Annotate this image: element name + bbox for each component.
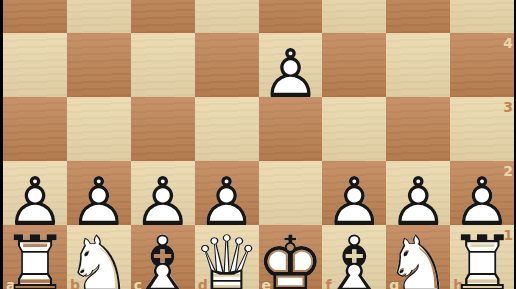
piece-white-rook-a1[interactable]: ♜♖ (1, 226, 69, 289)
white-knight-glyph-outline: ♘ (384, 226, 452, 289)
square-a1[interactable]: ♜♖a (3, 225, 67, 289)
square-b5[interactable] (67, 0, 131, 33)
square-c3[interactable] (131, 97, 195, 161)
square-f3[interactable] (322, 97, 386, 161)
square-e2[interactable] (259, 161, 323, 225)
square-a5[interactable] (3, 0, 67, 33)
rank-label-3: 3 (503, 100, 513, 114)
piece-white-bishop-c1[interactable]: ♝♗ (129, 226, 197, 289)
piece-white-knight-g1[interactable]: ♞♘ (384, 226, 452, 289)
square-a3[interactable] (3, 97, 67, 161)
white-bishop-glyph-outline: ♗ (320, 226, 388, 289)
square-d4[interactable] (195, 33, 259, 97)
square-b3[interactable] (67, 97, 131, 161)
square-f2[interactable]: ♟♙ (322, 161, 386, 225)
white-pawn-glyph-outline: ♙ (260, 41, 320, 108)
piece-white-bishop-f1[interactable]: ♝♗ (320, 226, 388, 289)
square-b1[interactable]: ♞♘b (67, 225, 131, 289)
square-h3[interactable]: 3 (450, 97, 514, 161)
square-g2[interactable]: ♟♙ (386, 161, 450, 225)
square-a2[interactable]: ♟♙ (3, 161, 67, 225)
square-g3[interactable] (386, 97, 450, 161)
white-knight-glyph-outline: ♘ (65, 226, 133, 289)
square-e5[interactable] (259, 0, 323, 33)
square-d1[interactable]: ♛♕d (195, 225, 259, 289)
square-h4[interactable]: 4 (450, 33, 514, 97)
rank-label-4: 4 (503, 36, 513, 50)
square-g5[interactable] (386, 0, 450, 33)
square-c4[interactable] (131, 33, 195, 97)
square-b4[interactable] (67, 33, 131, 97)
chess-screenshot: ♜♜♞♞♝♝♛♛♚♚♝♝♞♞♜♜8♟♟♟♟♟♟♟♟♟♟♟♟♟♟♟♟765♟♙43… (0, 0, 516, 289)
square-h1[interactable]: ♜♖1h (450, 225, 514, 289)
square-f1[interactable]: ♝♗f (322, 225, 386, 289)
white-bishop-glyph-outline: ♗ (129, 226, 197, 289)
square-d3[interactable] (195, 97, 259, 161)
piece-white-queen-d1[interactable]: ♛♕ (192, 226, 260, 289)
square-c5[interactable] (131, 0, 195, 33)
square-h5[interactable]: 5 (450, 0, 514, 33)
square-f5[interactable] (322, 0, 386, 33)
piece-white-knight-b1[interactable]: ♞♘ (65, 226, 133, 289)
white-queen-glyph-outline: ♕ (192, 226, 260, 289)
chessboard: ♜♜♞♞♝♝♛♛♚♚♝♝♞♞♜♜8♟♟♟♟♟♟♟♟♟♟♟♟♟♟♟♟765♟♙43… (3, 0, 514, 289)
square-a4[interactable] (3, 33, 67, 97)
square-c1[interactable]: ♝♗c (131, 225, 195, 289)
square-e4[interactable]: ♟♙ (259, 33, 323, 97)
white-king-glyph-outline: ♔ (256, 226, 324, 289)
square-b2[interactable]: ♟♙ (67, 161, 131, 225)
square-h2[interactable]: ♟♙2 (450, 161, 514, 225)
crop-border-left (0, 0, 3, 289)
square-g1[interactable]: ♞♘g (386, 225, 450, 289)
piece-white-rook-h1[interactable]: ♜♖ (448, 226, 516, 289)
square-g4[interactable] (386, 33, 450, 97)
square-d5[interactable] (195, 0, 259, 33)
square-e1[interactable]: ♚♔e (259, 225, 323, 289)
square-d2[interactable]: ♟♙ (195, 161, 259, 225)
square-c2[interactable]: ♟♙ (131, 161, 195, 225)
piece-white-king-e1[interactable]: ♚♔ (256, 226, 324, 289)
square-f4[interactable] (322, 33, 386, 97)
piece-white-pawn-e4[interactable]: ♟♙ (260, 41, 320, 108)
white-rook-glyph-outline: ♖ (1, 226, 69, 289)
white-rook-glyph-outline: ♖ (448, 226, 516, 289)
